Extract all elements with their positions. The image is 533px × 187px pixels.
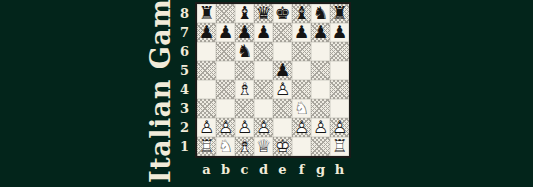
square-a4 (197, 80, 216, 99)
square-a5 (197, 61, 216, 80)
chess-board: ♜♝♛♚♝♞♜♟♟♟♟♟♟♟♞♟♝♗♟♙♞♘♟♙♟♙♟♙♟♙♟♙♟♙♟♙♜♖♞♘… (195, 2, 351, 158)
file-labels: abcdefgh (195, 158, 351, 180)
square-d1: ♛♕ (254, 137, 273, 156)
hero-banner: Italian Game 87654321 ♜♝♛♚♝♞♜♟♟♟♟♟♟♟♞♟♝♗… (0, 0, 533, 187)
piece-white-pawn: ♙ (216, 118, 235, 137)
square-d3 (254, 99, 273, 118)
square-g6 (311, 42, 330, 61)
square-h6 (330, 42, 349, 61)
piece-white-pawn: ♙ (254, 118, 273, 137)
rank-label-3: 3 (176, 99, 195, 118)
square-c7: ♟ (235, 23, 254, 42)
piece-black-pawn: ♟ (292, 23, 311, 42)
piece-white-rook: ♖ (197, 137, 216, 156)
square-e5: ♟ (273, 61, 292, 80)
square-h4 (330, 80, 349, 99)
piece-black-knight: ♞ (311, 4, 330, 23)
square-e8: ♚ (273, 4, 292, 23)
file-label-e: e (273, 158, 292, 180)
square-g5 (311, 61, 330, 80)
square-e7 (273, 23, 292, 42)
piece-white-pawn: ♙ (311, 118, 330, 137)
square-d8: ♛ (254, 4, 273, 23)
square-f6 (292, 42, 311, 61)
square-e3 (273, 99, 292, 118)
piece-black-queen: ♛ (254, 4, 273, 23)
square-c2: ♟♙ (235, 118, 254, 137)
square-f1 (292, 137, 311, 156)
piece-black-bishop: ♝ (235, 4, 254, 23)
square-a6 (197, 42, 216, 61)
file-label-c: c (235, 158, 254, 180)
file-label-b: b (216, 158, 235, 180)
square-d6 (254, 42, 273, 61)
square-f4 (292, 80, 311, 99)
square-g1 (311, 137, 330, 156)
file-label-h: h (330, 158, 349, 180)
piece-black-pawn: ♟ (197, 23, 216, 42)
piece-black-rook: ♜ (330, 4, 349, 23)
piece-black-pawn: ♟ (235, 23, 254, 42)
square-a8: ♜ (197, 4, 216, 23)
square-a1: ♜♖ (197, 137, 216, 156)
rank-label-6: 6 (176, 42, 195, 61)
square-h8: ♜ (330, 4, 349, 23)
file-label-f: f (292, 158, 311, 180)
square-a7: ♟ (197, 23, 216, 42)
square-b3 (216, 99, 235, 118)
square-g4 (311, 80, 330, 99)
square-c4: ♝♗ (235, 80, 254, 99)
piece-white-bishop: ♗ (235, 137, 254, 156)
square-b8 (216, 4, 235, 23)
square-a3 (197, 99, 216, 118)
piece-white-pawn: ♙ (197, 118, 216, 137)
square-b4 (216, 80, 235, 99)
piece-black-pawn: ♟ (216, 23, 235, 42)
square-a2: ♟♙ (197, 118, 216, 137)
square-c8: ♝ (235, 4, 254, 23)
piece-white-pawn: ♙ (235, 118, 254, 137)
square-f2: ♟♙ (292, 118, 311, 137)
square-g7: ♟ (311, 23, 330, 42)
piece-black-pawn: ♟ (273, 61, 292, 80)
piece-black-pawn: ♟ (254, 23, 273, 42)
square-f8: ♝ (292, 4, 311, 23)
rank-label-8: 8 (176, 4, 195, 23)
square-d4 (254, 80, 273, 99)
square-d5 (254, 61, 273, 80)
square-b6 (216, 42, 235, 61)
piece-black-bishop: ♝ (292, 4, 311, 23)
file-label-a: a (197, 158, 216, 180)
square-b1: ♞♘ (216, 137, 235, 156)
rank-label-5: 5 (176, 61, 195, 80)
square-e4: ♟♙ (273, 80, 292, 99)
square-b7: ♟ (216, 23, 235, 42)
rank-label-1: 1 (176, 137, 195, 156)
rank-labels: 87654321 (176, 2, 195, 158)
square-g2: ♟♙ (311, 118, 330, 137)
rank-label-7: 7 (176, 23, 195, 42)
piece-white-bishop: ♗ (235, 80, 254, 99)
square-h5 (330, 61, 349, 80)
rank-label-4: 4 (176, 80, 195, 99)
file-label-d: d (254, 158, 273, 180)
square-g8: ♞ (311, 4, 330, 23)
square-g3 (311, 99, 330, 118)
piece-black-king: ♚ (273, 4, 292, 23)
square-f5 (292, 61, 311, 80)
piece-white-pawn: ♙ (330, 118, 349, 137)
square-h2: ♟♙ (330, 118, 349, 137)
chess-diagram: 87654321 ♜♝♛♚♝♞♜♟♟♟♟♟♟♟♞♟♝♗♟♙♞♘♟♙♟♙♟♙♟♙♟… (176, 2, 351, 180)
square-h7: ♟ (330, 23, 349, 42)
piece-white-rook: ♖ (330, 137, 349, 156)
piece-white-pawn: ♙ (292, 118, 311, 137)
square-e1: ♚♔ (273, 137, 292, 156)
square-c3 (235, 99, 254, 118)
piece-white-pawn: ♙ (273, 80, 292, 99)
square-c1: ♝♗ (235, 137, 254, 156)
piece-white-king: ♔ (273, 137, 292, 156)
piece-black-pawn: ♟ (330, 23, 349, 42)
square-c6: ♞ (235, 42, 254, 61)
square-h1: ♜♖ (330, 137, 349, 156)
square-e2 (273, 118, 292, 137)
square-b2: ♟♙ (216, 118, 235, 137)
piece-white-knight: ♘ (292, 99, 311, 118)
square-f7: ♟ (292, 23, 311, 42)
file-label-g: g (311, 158, 330, 180)
piece-black-rook: ♜ (197, 4, 216, 23)
rank-label-2: 2 (176, 118, 195, 137)
piece-black-knight: ♞ (235, 42, 254, 61)
square-e6 (273, 42, 292, 61)
square-b5 (216, 61, 235, 80)
square-d2: ♟♙ (254, 118, 273, 137)
square-h3 (330, 99, 349, 118)
piece-white-queen: ♕ (254, 137, 273, 156)
square-d7: ♟ (254, 23, 273, 42)
square-f3: ♞♘ (292, 99, 311, 118)
opening-name-title: Italian Game (145, 0, 176, 183)
square-c5 (235, 61, 254, 80)
piece-white-knight: ♘ (216, 137, 235, 156)
piece-black-pawn: ♟ (311, 23, 330, 42)
